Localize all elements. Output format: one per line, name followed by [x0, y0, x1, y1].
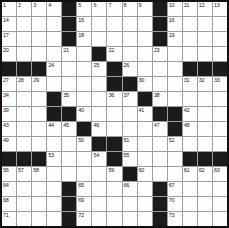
clue-number: 8	[124, 2, 127, 8]
cell-r4c1[interactable]: 20	[2, 47, 16, 61]
cell-r5c7[interactable]: 25	[92, 62, 106, 76]
cell-r12c5[interactable]	[62, 167, 76, 181]
cell-r2c7[interactable]	[92, 17, 106, 31]
cell-r15c15[interactable]	[213, 212, 227, 226]
cell-r3c14[interactable]	[198, 32, 212, 46]
cell-r12c14[interactable]: 62	[198, 167, 212, 181]
cell-r6c6[interactable]	[77, 77, 91, 91]
cell-r7c9[interactable]: 37	[123, 92, 137, 106]
cell-r1c13[interactable]: 11	[183, 2, 197, 16]
cell-r6c1[interactable]: 27	[2, 77, 16, 91]
cell-r1c14[interactable]: 12	[198, 2, 212, 16]
clue-number: 45	[63, 122, 69, 128]
cell-r10c6[interactable]: 50	[77, 137, 91, 151]
cell-r13c14[interactable]	[198, 182, 212, 196]
cell-r10c15[interactable]	[213, 137, 227, 151]
cell-r12c11[interactable]	[153, 167, 167, 181]
cell-r3c6[interactable]: 18	[77, 32, 91, 46]
cell-r4c10[interactable]	[138, 47, 152, 61]
black-cell-r5c8	[107, 62, 121, 76]
clue-number: 58	[33, 167, 39, 173]
black-cell-r8c4	[47, 107, 61, 121]
cell-r1c10[interactable]: 9	[138, 2, 152, 16]
cell-r4c11[interactable]: 23	[153, 47, 167, 61]
black-cell-r11c2	[17, 152, 31, 166]
black-cell-r1c5	[62, 2, 76, 16]
cell-r8c2[interactable]	[17, 107, 31, 121]
clue-number: 62	[199, 167, 205, 173]
black-cell-r6c8	[107, 77, 121, 91]
cell-r2c2[interactable]	[17, 17, 31, 31]
clue-number: 49	[3, 137, 9, 143]
cell-r4c9[interactable]	[123, 47, 137, 61]
cell-r8c15[interactable]	[213, 107, 227, 121]
black-cell-r8c11	[153, 107, 167, 121]
clue-number: 44	[48, 122, 54, 128]
clue-number: 29	[33, 77, 39, 83]
black-cell-r11c14	[198, 152, 212, 166]
black-cell-r15c5	[62, 212, 76, 226]
cell-r12c8[interactable]: 59	[107, 167, 121, 181]
clue-number: 65	[78, 182, 84, 188]
black-cell-r6c9	[123, 77, 137, 91]
cell-r7c5[interactable]: 35	[62, 92, 76, 106]
black-cell-r3c5	[62, 32, 76, 46]
cell-r3c13[interactable]	[183, 32, 197, 46]
black-cell-r2c11	[153, 17, 167, 31]
cell-r6c5[interactable]	[62, 77, 76, 91]
cell-r2c8[interactable]	[107, 17, 121, 31]
black-cell-r5c14	[198, 62, 212, 76]
cell-r11c7[interactable]: 54	[92, 152, 106, 166]
black-cell-r1c11	[153, 2, 167, 16]
cell-r3c4[interactable]	[47, 32, 61, 46]
clue-number: 55	[124, 152, 130, 158]
cell-r14c15[interactable]	[213, 197, 227, 211]
cell-r12c13[interactable]: 61	[183, 167, 197, 181]
cell-r2c6[interactable]: 15	[77, 17, 91, 31]
cell-r15c4[interactable]	[47, 212, 61, 226]
cell-r3c3[interactable]	[32, 32, 46, 46]
black-cell-r11c13	[183, 152, 197, 166]
cell-r15c13[interactable]	[183, 212, 197, 226]
clue-number: 66	[124, 182, 130, 188]
cell-r6c10[interactable]: 30	[138, 77, 152, 91]
cell-r13c13[interactable]	[183, 182, 197, 196]
cell-r10c4[interactable]	[47, 137, 61, 151]
black-cell-r8c12	[168, 107, 182, 121]
cell-r8c7[interactable]	[92, 107, 106, 121]
cell-r7c2[interactable]	[17, 92, 31, 106]
clue-number: 15	[78, 17, 84, 23]
cell-r9c15[interactable]	[213, 122, 227, 136]
clue-number: 27	[3, 77, 9, 83]
clue-number: 38	[154, 92, 160, 98]
cell-r8c3[interactable]	[32, 107, 46, 121]
cell-r4c8[interactable]: 22	[107, 47, 121, 61]
cell-r1c4[interactable]: 4	[47, 2, 61, 16]
cell-r11c6[interactable]	[77, 152, 91, 166]
clue-number: 9	[139, 2, 142, 8]
cell-r11c11[interactable]	[153, 152, 167, 166]
cell-r8c9[interactable]	[123, 107, 137, 121]
cell-r1c3[interactable]: 3	[32, 2, 46, 16]
clue-number: 33	[214, 77, 220, 83]
black-cell-r14c11	[153, 197, 167, 211]
cell-r15c7[interactable]	[92, 212, 106, 226]
clue-number: 2	[18, 2, 21, 8]
black-cell-r5c15	[213, 62, 227, 76]
cell-r4c15[interactable]	[213, 47, 227, 61]
cell-r9c14[interactable]	[198, 122, 212, 136]
clue-number: 7	[108, 2, 111, 8]
cell-r14c7[interactable]	[92, 197, 106, 211]
clue-number: 6	[93, 2, 96, 8]
cell-r3c1[interactable]: 17	[2, 32, 16, 46]
cell-r2c9[interactable]	[123, 17, 137, 31]
cell-r10c5[interactable]	[62, 137, 76, 151]
clue-number: 68	[3, 197, 9, 203]
clue-number: 26	[124, 62, 130, 68]
cell-r2c1[interactable]: 14	[2, 17, 16, 31]
cell-r13c1[interactable]: 64	[2, 182, 16, 196]
black-cell-r14c5	[62, 197, 76, 211]
clue-number: 52	[169, 137, 175, 143]
cell-r9c1[interactable]: 43	[2, 122, 16, 136]
black-cell-r7c10	[138, 92, 152, 106]
cell-r8c8[interactable]	[107, 107, 121, 121]
clue-number: 23	[154, 47, 160, 53]
cell-r11c10[interactable]	[138, 152, 152, 166]
black-cell-r3c11	[153, 32, 167, 46]
cell-r12c15[interactable]: 63	[213, 167, 227, 181]
clue-number: 18	[78, 32, 84, 38]
cell-r9c7[interactable]: 46	[92, 122, 106, 136]
cell-r13c4[interactable]	[47, 182, 61, 196]
clue-number: 20	[3, 47, 9, 53]
crossword-board: 1234567891011121314151617181920212223242…	[0, 0, 229, 228]
cell-r11c12[interactable]	[168, 152, 182, 166]
cell-r12c3[interactable]: 58	[32, 167, 46, 181]
cell-r1c7[interactable]: 6	[92, 2, 106, 16]
cell-r3c8[interactable]	[107, 32, 121, 46]
cell-r10c2[interactable]	[17, 137, 31, 151]
clue-number: 16	[169, 17, 175, 23]
clue-number: 12	[199, 2, 205, 8]
black-cell-r15c11	[153, 212, 167, 226]
clue-number: 57	[18, 167, 24, 173]
black-cell-r5c1	[2, 62, 16, 76]
cell-r8c10[interactable]: 41	[138, 107, 152, 121]
cell-r3c9[interactable]	[123, 32, 137, 46]
black-cell-r7c4	[47, 92, 61, 106]
cell-r13c6[interactable]: 65	[77, 182, 91, 196]
cell-r14c6[interactable]: 69	[77, 197, 91, 211]
clue-number: 41	[139, 107, 145, 113]
clue-number: 11	[184, 2, 189, 8]
cell-r15c3[interactable]	[32, 212, 46, 226]
cell-r3c15[interactable]	[213, 32, 227, 46]
black-cell-r9c12	[168, 122, 182, 136]
cell-r4c5[interactable]: 21	[62, 47, 76, 61]
cell-r6c12[interactable]	[168, 77, 182, 91]
clue-number: 19	[169, 32, 175, 38]
cell-r5c12[interactable]	[168, 62, 182, 76]
cell-r9c10[interactable]	[138, 122, 152, 136]
cell-r4c3[interactable]	[32, 47, 46, 61]
cell-r13c9[interactable]: 66	[123, 182, 137, 196]
black-cell-r8c5	[62, 107, 76, 121]
cell-r10c14[interactable]	[198, 137, 212, 151]
cell-r13c7[interactable]	[92, 182, 106, 196]
cell-r5c10[interactable]	[138, 62, 152, 76]
cell-r15c9[interactable]	[123, 212, 137, 226]
black-cell-r13c5	[62, 182, 76, 196]
clue-number: 64	[3, 182, 9, 188]
cell-r8c14[interactable]	[198, 107, 212, 121]
cell-r6c11[interactable]	[153, 77, 167, 91]
cell-r3c7[interactable]	[92, 32, 106, 46]
clue-number: 48	[184, 122, 190, 128]
clue-number: 25	[93, 62, 99, 68]
cell-r6c4[interactable]	[47, 77, 61, 91]
clue-number: 3	[33, 2, 36, 8]
cell-r9c13[interactable]: 48	[183, 122, 197, 136]
cell-r13c8[interactable]	[107, 182, 121, 196]
clue-number: 40	[78, 107, 84, 113]
clue-number: 46	[93, 122, 99, 128]
cell-r10c10[interactable]	[138, 137, 152, 151]
black-cell-r11c8	[107, 152, 121, 166]
clue-number: 17	[3, 32, 9, 38]
cell-r4c4[interactable]	[47, 47, 61, 61]
clue-number: 5	[78, 2, 81, 8]
cell-r2c15[interactable]	[213, 17, 227, 31]
cell-r12c10[interactable]: 60	[138, 167, 152, 181]
clue-number: 63	[214, 167, 220, 173]
cell-r4c14[interactable]	[198, 47, 212, 61]
cell-r13c10[interactable]	[138, 182, 152, 196]
clue-number: 47	[154, 122, 160, 128]
cell-r14c3[interactable]	[32, 197, 46, 211]
cell-r7c13[interactable]	[183, 92, 197, 106]
cell-r2c4[interactable]	[47, 17, 61, 31]
cell-r15c2[interactable]	[17, 212, 31, 226]
cell-r15c10[interactable]	[138, 212, 152, 226]
cell-r1c8[interactable]: 7	[107, 2, 121, 16]
cell-r9c9[interactable]	[123, 122, 137, 136]
cell-r7c6[interactable]	[77, 92, 91, 106]
clue-number: 69	[78, 197, 84, 203]
cell-r7c12[interactable]	[168, 92, 182, 106]
cell-r14c13[interactable]	[183, 197, 197, 211]
clue-number: 30	[139, 77, 145, 83]
cell-r14c2[interactable]	[17, 197, 31, 211]
clue-number: 70	[169, 197, 175, 203]
cell-r3c10[interactable]	[138, 32, 152, 46]
clue-number: 51	[124, 137, 130, 143]
clue-number: 34	[3, 92, 9, 98]
clue-number: 71	[3, 212, 9, 218]
black-cell-r10c7	[92, 137, 106, 151]
cell-r7c1[interactable]: 34	[2, 92, 16, 106]
cell-r9c3[interactable]	[32, 122, 46, 136]
cell-r6c13[interactable]: 31	[183, 77, 197, 91]
cell-r5c9[interactable]: 26	[123, 62, 137, 76]
clue-number: 28	[18, 77, 24, 83]
clue-number: 53	[48, 152, 54, 158]
cell-r3c12[interactable]: 19	[168, 32, 182, 46]
black-cell-r5c13	[183, 62, 197, 76]
cell-r9c2[interactable]	[17, 122, 31, 136]
cell-r1c1[interactable]: 1	[2, 2, 16, 16]
cell-r9c11[interactable]: 47	[153, 122, 167, 136]
cell-r5c5[interactable]	[62, 62, 76, 76]
clue-number: 35	[63, 92, 69, 98]
cell-r1c2[interactable]: 2	[17, 2, 31, 16]
cell-r11c9[interactable]: 55	[123, 152, 137, 166]
clue-number: 50	[78, 137, 84, 143]
cell-r5c4[interactable]: 24	[47, 62, 61, 76]
cell-r1c9[interactable]: 8	[123, 2, 137, 16]
clue-number: 1	[3, 2, 6, 8]
black-cell-r4c7	[92, 47, 106, 61]
clue-number: 37	[124, 92, 130, 98]
clue-number: 39	[3, 107, 9, 113]
cell-r13c15[interactable]	[213, 182, 227, 196]
black-cell-r5c3	[32, 62, 46, 76]
cell-r3c2[interactable]	[17, 32, 31, 46]
cell-r12c6[interactable]	[77, 167, 91, 181]
clue-number: 13	[214, 2, 220, 8]
clue-number: 31	[184, 77, 190, 83]
cell-r10c11[interactable]	[153, 137, 167, 151]
cell-r9c8[interactable]	[107, 122, 121, 136]
cell-r8c1[interactable]: 39	[2, 107, 16, 121]
cell-r5c6[interactable]	[77, 62, 91, 76]
clue-number: 43	[3, 122, 9, 128]
cell-r15c6[interactable]: 72	[77, 212, 91, 226]
black-cell-r11c15	[213, 152, 227, 166]
cell-r7c8[interactable]: 36	[107, 92, 121, 106]
cell-r13c2[interactable]	[17, 182, 31, 196]
clue-number: 60	[139, 167, 145, 173]
black-cell-r5c2	[17, 62, 31, 76]
cell-r14c12[interactable]: 70	[168, 197, 182, 211]
cell-r10c13[interactable]	[183, 137, 197, 151]
cell-r12c7[interactable]	[92, 167, 106, 181]
cell-r7c11[interactable]: 38	[153, 92, 167, 106]
cell-r14c1[interactable]: 68	[2, 197, 16, 211]
cell-r10c9[interactable]: 51	[123, 137, 137, 151]
cell-r2c3[interactable]	[32, 17, 46, 31]
clue-number: 73	[169, 212, 175, 218]
cell-r14c10[interactable]	[138, 197, 152, 211]
cell-r4c13[interactable]	[183, 47, 197, 61]
cell-r1c6[interactable]: 5	[77, 2, 91, 16]
clue-number: 4	[48, 2, 51, 8]
cell-r11c5[interactable]	[62, 152, 76, 166]
clue-number: 36	[108, 92, 114, 98]
cell-r6c2[interactable]: 28	[17, 77, 31, 91]
clue-number: 56	[3, 167, 9, 173]
cell-r5c11[interactable]	[153, 62, 167, 76]
cell-r1c15[interactable]: 13	[213, 2, 227, 16]
clue-number: 32	[199, 77, 205, 83]
clue-number: 72	[78, 212, 84, 218]
cell-r1c12[interactable]: 10	[168, 2, 182, 16]
clue-number: 21	[63, 47, 69, 53]
black-cell-r12c9	[123, 167, 137, 181]
cell-r15c12[interactable]: 73	[168, 212, 182, 226]
cell-r4c2[interactable]	[17, 47, 31, 61]
cell-r14c9[interactable]	[123, 197, 137, 211]
cell-r6c7[interactable]	[92, 77, 106, 91]
cell-r12c12[interactable]	[168, 167, 182, 181]
cell-r15c1[interactable]: 71	[2, 212, 16, 226]
cell-r2c14[interactable]	[198, 17, 212, 31]
cell-r7c14[interactable]	[198, 92, 212, 106]
black-cell-r11c1	[2, 152, 16, 166]
cell-r6c14[interactable]: 32	[198, 77, 212, 91]
black-cell-r10c8	[107, 137, 121, 151]
cell-r8c6[interactable]: 40	[77, 107, 91, 121]
cell-r7c7[interactable]	[92, 92, 106, 106]
cell-r2c13[interactable]	[183, 17, 197, 31]
cell-r9c4[interactable]: 44	[47, 122, 61, 136]
cell-r10c12[interactable]: 52	[168, 137, 182, 151]
cell-r10c3[interactable]	[32, 137, 46, 151]
black-cell-r9c6	[77, 122, 91, 136]
cell-r13c12[interactable]: 67	[168, 182, 182, 196]
cell-r10c1[interactable]: 49	[2, 137, 16, 151]
cell-r4c6[interactable]	[77, 47, 91, 61]
cell-r4c12[interactable]	[168, 47, 182, 61]
cell-r8c13[interactable]: 42	[183, 107, 197, 121]
cell-r7c15[interactable]	[213, 92, 227, 106]
clue-number: 59	[108, 167, 114, 173]
clue-number: 42	[184, 107, 190, 113]
cell-r14c4[interactable]	[47, 197, 61, 211]
black-cell-r13c11	[153, 182, 167, 196]
cell-r2c12[interactable]: 16	[168, 17, 182, 31]
cell-r2c10[interactable]	[138, 17, 152, 31]
cell-r15c14[interactable]	[198, 212, 212, 226]
cell-r12c2[interactable]: 57	[17, 167, 31, 181]
black-cell-r2c5	[62, 17, 76, 31]
cell-r7c3[interactable]	[32, 92, 46, 106]
cell-r14c8[interactable]	[107, 197, 121, 211]
clue-number: 10	[169, 2, 175, 8]
black-cell-r11c3	[32, 152, 46, 166]
cell-r12c1[interactable]: 56	[2, 167, 16, 181]
clue-number: 54	[93, 152, 99, 158]
cell-r11c4[interactable]: 53	[47, 152, 61, 166]
cell-r12c4[interactable]	[47, 167, 61, 181]
cell-r14c14[interactable]	[198, 197, 212, 211]
clue-number: 67	[169, 182, 175, 188]
clue-number: 61	[184, 167, 190, 173]
cell-r13c3[interactable]	[32, 182, 46, 196]
cell-r9c5[interactable]: 45	[62, 122, 76, 136]
clue-number: 24	[48, 62, 54, 68]
clue-number: 14	[3, 17, 9, 23]
cell-r15c8[interactable]	[107, 212, 121, 226]
cell-r6c15[interactable]: 33	[213, 77, 227, 91]
clue-number: 22	[108, 47, 114, 53]
cell-r6c3[interactable]: 29	[32, 77, 46, 91]
